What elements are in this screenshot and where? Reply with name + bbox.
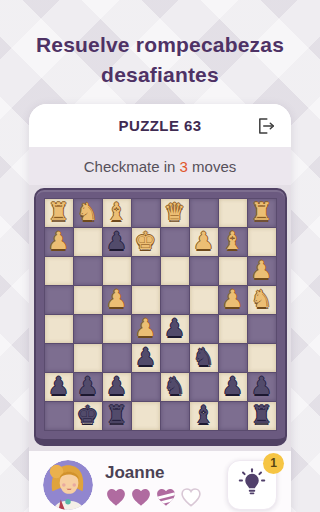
- exit-button[interactable]: [253, 113, 278, 138]
- piece-bP[interactable]: ♟: [77, 374, 99, 398]
- heart-full-icon: [105, 487, 127, 507]
- square[interactable]: [45, 344, 73, 372]
- page-title-line2: desafiantes: [101, 63, 219, 86]
- square[interactable]: [161, 286, 189, 314]
- square[interactable]: ♟: [190, 228, 218, 256]
- square[interactable]: [74, 228, 102, 256]
- moves-count: 3: [180, 158, 188, 175]
- square[interactable]: [248, 228, 276, 256]
- lives-hearts: [105, 487, 202, 507]
- square[interactable]: [161, 257, 189, 285]
- avatar[interactable]: [43, 460, 93, 510]
- piece-bP[interactable]: ♟: [106, 374, 128, 398]
- square[interactable]: ♞: [248, 286, 276, 314]
- square[interactable]: [190, 199, 218, 227]
- square[interactable]: ♝: [103, 199, 131, 227]
- square[interactable]: [74, 344, 102, 372]
- square[interactable]: [132, 286, 160, 314]
- piece-bP[interactable]: ♟: [135, 345, 157, 369]
- square[interactable]: [190, 315, 218, 343]
- square[interactable]: [103, 315, 131, 343]
- square[interactable]: ♟: [248, 373, 276, 401]
- piece-wP[interactable]: ♟: [193, 229, 215, 253]
- piece-wB[interactable]: ♝: [222, 229, 244, 253]
- piece-bR[interactable]: ♜: [251, 403, 273, 427]
- square[interactable]: ♜: [103, 402, 131, 430]
- piece-wR[interactable]: ♜: [48, 200, 70, 224]
- square[interactable]: ♟: [103, 373, 131, 401]
- piece-wR[interactable]: ♜: [251, 200, 273, 224]
- heart-striped-icon: [155, 487, 177, 507]
- square[interactable]: [74, 286, 102, 314]
- square[interactable]: [248, 344, 276, 372]
- puzzle-card-header: PUZZLE 63: [29, 104, 291, 147]
- piece-wP[interactable]: ♟: [106, 287, 128, 311]
- hint-button[interactable]: 1: [227, 460, 277, 510]
- square[interactable]: [219, 257, 247, 285]
- square[interactable]: ♟: [219, 373, 247, 401]
- piece-wN[interactable]: ♞: [77, 200, 99, 224]
- square[interactable]: [161, 402, 189, 430]
- square[interactable]: [219, 344, 247, 372]
- piece-bN[interactable]: ♞: [164, 374, 186, 398]
- piece-bP[interactable]: ♟: [106, 229, 128, 253]
- piece-wN[interactable]: ♞: [251, 287, 273, 311]
- piece-wP[interactable]: ♟: [135, 316, 157, 340]
- chess-board-grid: ♜♞♝♛♜♟♟♚♟♝♟♟♟♞♟♟♟♞♟♟♟♞♟♟♚♜♝♜: [44, 198, 277, 431]
- piece-bR[interactable]: ♜: [106, 403, 128, 427]
- piece-bP[interactable]: ♟: [222, 374, 244, 398]
- square[interactable]: [103, 257, 131, 285]
- square[interactable]: [248, 315, 276, 343]
- square[interactable]: ♟: [74, 373, 102, 401]
- square[interactable]: ♞: [74, 199, 102, 227]
- puzzle-card: PUZZLE 63 Checkmate in 3 moves ♜♞♝♛♜♟♟♚♟…: [29, 104, 291, 512]
- puzzle-title: PUZZLE 63: [119, 117, 202, 134]
- square[interactable]: ♟: [103, 228, 131, 256]
- lightbulb-icon: [237, 468, 267, 501]
- piece-wQ[interactable]: ♛: [164, 200, 186, 224]
- piece-bN[interactable]: ♞: [193, 345, 215, 369]
- square[interactable]: [190, 257, 218, 285]
- square[interactable]: [161, 228, 189, 256]
- square[interactable]: ♛: [161, 199, 189, 227]
- heart-full-icon: [130, 487, 152, 507]
- square[interactable]: ♚: [132, 228, 160, 256]
- square[interactable]: [74, 315, 102, 343]
- chess-board: ♜♞♝♛♜♟♟♚♟♝♟♟♟♞♟♟♟♞♟♟♟♞♟♟♚♜♝♜: [34, 188, 287, 446]
- square[interactable]: ♞: [190, 344, 218, 372]
- player-name: Joanne: [105, 463, 202, 483]
- square[interactable]: [132, 402, 160, 430]
- logout-door-arrow-icon: [255, 124, 276, 139]
- square[interactable]: ♜: [45, 199, 73, 227]
- objective-text: Checkmate in 3 moves: [84, 158, 237, 175]
- square[interactable]: ♜: [248, 402, 276, 430]
- square[interactable]: [132, 373, 160, 401]
- board-area: ♜♞♝♛♜♟♟♚♟♝♟♟♟♞♟♟♟♞♟♟♟♞♟♟♚♜♝♜: [29, 185, 291, 451]
- square[interactable]: [45, 286, 73, 314]
- player-bar: Joanne: [29, 451, 291, 512]
- page-title-line1: Resuelve rompecabezas: [36, 33, 284, 56]
- piece-wB[interactable]: ♝: [106, 200, 128, 224]
- square[interactable]: ♟: [45, 228, 73, 256]
- piece-bB[interactable]: ♝: [193, 403, 215, 427]
- square[interactable]: ♟: [45, 373, 73, 401]
- square[interactable]: [132, 257, 160, 285]
- square[interactable]: ♟: [132, 315, 160, 343]
- piece-wK[interactable]: ♚: [135, 229, 157, 253]
- player-info: Joanne: [105, 463, 202, 507]
- square[interactable]: [219, 402, 247, 430]
- heart-empty-icon: [180, 487, 202, 507]
- piece-wP[interactable]: ♟: [222, 287, 244, 311]
- square[interactable]: ♟: [103, 286, 131, 314]
- square[interactable]: ♟: [132, 344, 160, 372]
- page-title: Resuelve rompecabezas desafiantes: [0, 30, 320, 90]
- objective-bar: Checkmate in 3 moves: [29, 147, 291, 185]
- square[interactable]: ♜: [248, 199, 276, 227]
- square[interactable]: ♝: [190, 402, 218, 430]
- square[interactable]: ♟: [219, 286, 247, 314]
- square[interactable]: [103, 344, 131, 372]
- square[interactable]: [74, 257, 102, 285]
- square[interactable]: [45, 315, 73, 343]
- square[interactable]: [190, 286, 218, 314]
- puzzle-app-screen: { "header": { "title_line1": "Resuelve r…: [0, 0, 320, 512]
- square[interactable]: ♟: [248, 257, 276, 285]
- piece-bK[interactable]: ♚: [77, 403, 99, 427]
- piece-bP[interactable]: ♟: [251, 374, 273, 398]
- square[interactable]: ♚: [74, 402, 102, 430]
- hint-count-badge: 1: [263, 453, 284, 474]
- square[interactable]: [45, 257, 73, 285]
- piece-bP[interactable]: ♟: [48, 374, 70, 398]
- piece-wP[interactable]: ♟: [251, 258, 273, 282]
- square[interactable]: ♝: [219, 228, 247, 256]
- square[interactable]: [132, 199, 160, 227]
- square[interactable]: [219, 199, 247, 227]
- square[interactable]: [219, 315, 247, 343]
- square[interactable]: ♟: [161, 315, 189, 343]
- square[interactable]: ♞: [161, 373, 189, 401]
- piece-wP[interactable]: ♟: [48, 229, 70, 253]
- square[interactable]: [161, 344, 189, 372]
- square[interactable]: [190, 373, 218, 401]
- square[interactable]: [45, 402, 73, 430]
- piece-bP[interactable]: ♟: [164, 316, 186, 340]
